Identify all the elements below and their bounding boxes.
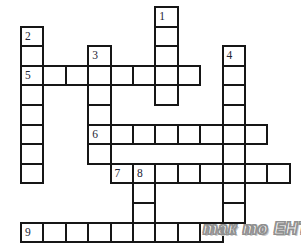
crossword-cell-r11c2[interactable] [65,222,89,244]
crossword-cell-r6c9[interactable] [222,124,246,146]
crossword-cell-number-5[interactable]: 5 [20,65,44,87]
crossword-cell-r6c6[interactable] [154,124,178,146]
crossword-cell-number-4[interactable]: 4 [222,45,246,67]
crossword-cell-r3c9[interactable] [222,65,246,87]
crossword-cell-r7c3[interactable] [87,143,111,165]
crossword-cell-r7c0[interactable] [20,143,44,165]
crossword-cell-number-6[interactable]: 6 [87,124,111,146]
crossword-cell-number-9[interactable]: 9 [20,222,44,244]
crossword-cell-r5c3[interactable] [87,104,111,126]
crossword-cell-r2c0[interactable] [20,45,44,67]
crossword-cell-r4c9[interactable] [222,84,246,106]
crossword-cell-r6c0[interactable] [20,124,44,146]
crossword-cell-r3c1[interactable] [42,65,66,87]
crossword-cell-number-1[interactable]: 1 [154,6,178,28]
crossword-cell-r11c3[interactable] [87,222,111,244]
crossword-cell-r6c7[interactable] [177,124,201,146]
crossword-cell-r11c6[interactable] [154,222,178,244]
crossword-cell-r5c9[interactable] [222,104,246,126]
crossword-cell-r3c6[interactable] [154,65,178,87]
crossword-cell-r3c7[interactable] [177,65,201,87]
crossword-cell-r8c11[interactable] [266,163,290,185]
crossword-cell-number-7[interactable]: 7 [110,163,134,185]
crossword-cell-r6c8[interactable] [199,124,223,146]
crossword-cell-r3c5[interactable] [132,65,156,87]
crossword-cell-number-2[interactable]: 2 [20,26,44,48]
crossword-cell-r6c10[interactable] [244,124,268,146]
crossword-cell-r9c5[interactable] [132,182,156,204]
crossword-cell-r11c5[interactable] [132,222,156,244]
crossword-cell-r3c3[interactable] [87,65,111,87]
crossword-cell-r4c6[interactable] [154,84,178,106]
crossword-cell-r6c4[interactable] [110,124,134,146]
crossword-cell-r4c3[interactable] [87,84,111,106]
crossword-cell-r6c5[interactable] [132,124,156,146]
crossword-cell-r3c2[interactable] [65,65,89,87]
crossword-cell-r7c9[interactable] [222,143,246,165]
crossword-cell-r3c4[interactable] [110,65,134,87]
crossword-cell-r10c5[interactable] [132,202,156,224]
crossword-cell-r8c7[interactable] [177,163,201,185]
crossword-cell-number-8[interactable]: 8 [132,163,156,185]
crossword-cell-r1c6[interactable] [154,26,178,48]
crossword-cell-r2c6[interactable] [154,45,178,67]
crossword-cell-r5c0[interactable] [20,104,44,126]
crossword-cell-r9c9[interactable] [222,182,246,204]
crossword-board: 123456789 [21,7,290,242]
crossword-cell-r11c1[interactable] [42,222,66,244]
crossword-cell-r11c4[interactable] [110,222,134,244]
crossword-cell-r4c0[interactable] [20,84,44,106]
crossword-cell-number-3[interactable]: 3 [87,45,111,67]
crossword-cell-r8c0[interactable] [20,163,44,185]
crossword-cell-r8c6[interactable] [154,163,178,185]
crossword-cell-r8c9[interactable] [222,163,246,185]
crossword-cell-r8c10[interactable] [244,163,268,185]
crossword-cell-r11c7[interactable] [177,222,201,244]
watermark: так то ЕНТ [203,220,301,238]
crossword-cell-r8c8[interactable] [199,163,223,185]
